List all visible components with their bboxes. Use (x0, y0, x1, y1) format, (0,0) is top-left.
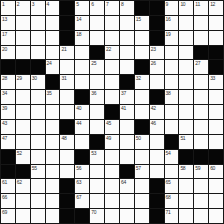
cell-r2c8[interactable] (105, 16, 119, 30)
cell-r7c4[interactable]: 35 (46, 90, 60, 104)
clue-number-66: 66 (2, 194, 7, 200)
clue-number-32: 32 (136, 75, 141, 81)
cell-r1c1[interactable]: 1 (1, 1, 15, 15)
clue-number-36: 36 (91, 90, 96, 96)
cell-r11c4[interactable] (46, 150, 60, 164)
cell-r13c15[interactable] (209, 179, 223, 193)
clue-number-4: 4 (47, 1, 49, 7)
cell-r9c12[interactable] (165, 120, 179, 134)
cell-r13c3[interactable] (31, 179, 45, 193)
cell-r11c2[interactable]: 52 (16, 150, 30, 164)
clue-number-15: 15 (136, 16, 141, 22)
cell-r2c13[interactable] (179, 16, 193, 30)
cell-r5c8[interactable] (105, 60, 119, 74)
cell-r9c1[interactable]: 43 (1, 120, 15, 134)
cell-r13c9[interactable]: 64 (120, 179, 134, 193)
cell-r12c10[interactable]: 57 (135, 165, 149, 179)
clue-number-43: 43 (2, 120, 7, 126)
cell-r4c1[interactable]: 20 (1, 46, 15, 60)
cell-r6c5[interactable]: 31 (60, 75, 74, 89)
black-cell-r13c5 (60, 179, 74, 193)
cell-r2c15[interactable] (209, 16, 223, 30)
clue-number-48: 48 (61, 135, 66, 141)
cell-r3c2[interactable] (16, 31, 30, 45)
cell-r3c6[interactable]: 18 (75, 31, 89, 45)
cell-r6c1[interactable]: 28 (1, 75, 15, 89)
clue-number-45: 45 (106, 120, 111, 126)
cell-r7c12[interactable]: 38 (165, 90, 179, 104)
clue-number-18: 18 (76, 31, 81, 37)
cell-r5c11[interactable]: 26 (150, 60, 164, 74)
cell-r2c9[interactable] (120, 16, 134, 30)
cell-r7c9[interactable]: 37 (120, 90, 134, 104)
cell-r6c8[interactable] (105, 75, 119, 89)
clue-number-20: 20 (2, 46, 7, 52)
cell-r15c7[interactable]: 70 (90, 209, 104, 223)
cell-r4c11[interactable]: 23 (150, 46, 164, 60)
cell-r12c7[interactable] (90, 165, 104, 179)
clue-number-53: 53 (91, 150, 96, 156)
cell-r7c3[interactable] (31, 90, 45, 104)
clue-number-38: 38 (166, 90, 171, 96)
black-cell-r13c11 (150, 179, 164, 193)
clue-number-23: 23 (151, 46, 156, 52)
cell-r12c14[interactable]: 59 (194, 165, 208, 179)
cell-r1c4[interactable]: 4 (46, 1, 60, 15)
cell-r14c1[interactable]: 66 (1, 194, 15, 208)
cell-r4c13[interactable] (179, 46, 193, 60)
cell-r13c12[interactable]: 65 (165, 179, 179, 193)
crossword-board: 1234567891011121314151617181920212223242… (0, 0, 224, 224)
black-cell-r4c15 (209, 46, 223, 60)
black-cell-r1c10 (135, 1, 149, 15)
black-cell-r5c10 (135, 60, 149, 74)
cell-r10c5[interactable]: 48 (60, 135, 74, 149)
clue-number-33: 33 (210, 75, 215, 81)
black-cell-r9c10 (135, 120, 149, 134)
cell-r11c8[interactable] (105, 150, 119, 164)
clue-number-44: 44 (76, 120, 81, 126)
cell-r3c8[interactable] (105, 31, 119, 45)
clue-number-71: 71 (166, 209, 171, 215)
cell-r2c10[interactable]: 15 (135, 16, 149, 30)
black-cell-r6c4 (46, 75, 60, 89)
clue-number-8: 8 (121, 1, 123, 7)
cell-r1c8[interactable]: 7 (105, 1, 119, 15)
black-cell-r5c15 (209, 60, 223, 74)
black-cell-r6c9 (120, 75, 134, 89)
cell-r14c13[interactable] (179, 194, 193, 208)
cell-r6c7[interactable] (90, 75, 104, 89)
cell-r3c15[interactable] (209, 31, 223, 45)
clue-number-57: 57 (136, 165, 141, 171)
cell-r13c14[interactable] (194, 179, 208, 193)
cell-r7c10[interactable] (135, 90, 149, 104)
cell-r11c12[interactable]: 54 (165, 150, 179, 164)
clue-number-59: 59 (195, 165, 200, 171)
cell-r11c7[interactable]: 53 (90, 150, 104, 164)
cell-r3c9[interactable] (120, 31, 134, 45)
cell-r10c3[interactable] (31, 135, 45, 149)
cell-r6c10[interactable]: 32 (135, 75, 149, 89)
clue-number-54: 54 (166, 150, 171, 156)
cell-r8c11[interactable]: 42 (150, 105, 164, 119)
black-cell-r12c9 (120, 165, 134, 179)
clue-number-13: 13 (2, 16, 7, 22)
cell-r1c2[interactable]: 2 (16, 1, 30, 15)
cell-r10c2[interactable] (16, 135, 30, 149)
black-cell-r4c14 (194, 46, 208, 60)
cell-r2c3[interactable] (31, 16, 45, 30)
cell-r15c13[interactable] (179, 209, 193, 223)
clue-number-51: 51 (180, 135, 185, 141)
black-cell-r2c5 (60, 16, 74, 30)
cell-r10c1[interactable]: 47 (1, 135, 15, 149)
black-cell-r1c5 (60, 1, 74, 15)
cell-r4c12[interactable] (165, 46, 179, 60)
cell-r7c5[interactable] (60, 90, 74, 104)
cell-r14c2[interactable] (16, 194, 30, 208)
cell-r10c13[interactable]: 51 (179, 135, 193, 149)
cell-r8c1[interactable]: 39 (1, 105, 15, 119)
clue-number-1: 1 (2, 1, 4, 7)
cell-r9c13[interactable] (179, 120, 193, 134)
clue-number-50: 50 (136, 135, 141, 141)
cell-r8c12[interactable] (165, 105, 179, 119)
clue-number-35: 35 (47, 90, 52, 96)
black-cell-r2c11 (150, 16, 164, 30)
clue-number-3: 3 (32, 1, 34, 7)
cell-r6c12[interactable] (165, 75, 179, 89)
cell-r2c1[interactable]: 13 (1, 16, 15, 30)
cell-r11c10[interactable] (135, 150, 149, 164)
clue-number-22: 22 (106, 46, 111, 52)
cell-r3c1[interactable]: 17 (1, 31, 15, 45)
clue-number-24: 24 (47, 60, 52, 66)
cell-r2c2[interactable] (16, 16, 30, 30)
cell-r14c12[interactable]: 68 (165, 194, 179, 208)
cell-r1c14[interactable]: 11 (194, 1, 208, 15)
cell-r15c8[interactable] (105, 209, 119, 223)
cell-r5c9[interactable] (120, 60, 134, 74)
cell-r9c8[interactable]: 45 (105, 120, 119, 134)
clue-number-39: 39 (2, 105, 7, 111)
cell-r9c15[interactable] (209, 120, 223, 134)
clue-number-34: 34 (2, 90, 7, 96)
cell-r3c3[interactable] (31, 31, 45, 45)
black-cell-r5c2 (16, 60, 30, 74)
clue-number-14: 14 (76, 16, 81, 22)
cell-r13c8[interactable] (105, 179, 119, 193)
clue-number-56: 56 (76, 165, 81, 171)
cell-r13c10[interactable] (135, 179, 149, 193)
cell-r5c7[interactable]: 25 (90, 60, 104, 74)
cell-r9c7[interactable] (90, 120, 104, 134)
cell-r14c14[interactable] (194, 194, 208, 208)
black-cell-r3c5 (60, 31, 74, 45)
clue-number-58: 58 (180, 165, 185, 171)
cell-r14c15[interactable] (209, 194, 223, 208)
cell-r8c14[interactable] (194, 105, 208, 119)
cell-r10c4[interactable] (46, 135, 60, 149)
cell-r10c15[interactable] (209, 135, 223, 149)
clue-number-25: 25 (91, 60, 96, 66)
clue-number-19: 19 (166, 31, 171, 37)
cell-r7c15[interactable] (209, 90, 223, 104)
cell-r10c11[interactable] (150, 135, 164, 149)
cell-r7c2[interactable] (16, 90, 30, 104)
clue-number-65: 65 (166, 179, 171, 185)
cell-r4c8[interactable]: 22 (105, 46, 119, 60)
cell-r15c1[interactable]: 69 (1, 209, 15, 223)
clue-number-63: 63 (76, 179, 81, 185)
clue-number-67: 67 (76, 194, 81, 200)
clue-number-28: 28 (2, 75, 7, 81)
clue-number-62: 62 (17, 179, 22, 185)
cell-r12c13[interactable]: 58 (179, 165, 193, 179)
cell-r8c3[interactable] (31, 105, 45, 119)
cell-r8c4[interactable] (46, 105, 60, 119)
black-cell-r8c8 (105, 105, 119, 119)
cell-r7c13[interactable] (179, 90, 193, 104)
cell-r12c3[interactable]: 55 (31, 165, 45, 179)
clue-number-49: 49 (106, 135, 111, 141)
cell-r15c9[interactable] (120, 209, 134, 223)
black-cell-r5c3 (31, 60, 45, 74)
cell-r13c2[interactable]: 62 (16, 179, 30, 193)
cell-r10c10[interactable]: 50 (135, 135, 149, 149)
cell-r6c14[interactable] (194, 75, 208, 89)
cell-r11c5[interactable] (60, 150, 74, 164)
cell-r13c7[interactable] (90, 179, 104, 193)
cell-r7c7[interactable]: 36 (90, 90, 104, 104)
cell-r15c2[interactable] (16, 209, 30, 223)
clue-number-2: 2 (17, 1, 19, 7)
cell-r2c7[interactable] (90, 16, 104, 30)
cell-r4c6[interactable] (75, 46, 89, 60)
cell-r11c9[interactable] (120, 150, 134, 164)
clue-number-47: 47 (2, 135, 7, 141)
black-cell-r4c7 (90, 46, 104, 60)
cell-r4c4[interactable] (46, 46, 60, 60)
clue-number-7: 7 (106, 1, 108, 7)
cell-r3c10[interactable] (135, 31, 149, 45)
cell-r7c1[interactable]: 34 (1, 90, 15, 104)
cell-r9c6[interactable]: 44 (75, 120, 89, 134)
cell-r8c2[interactable] (16, 105, 30, 119)
clue-number-10: 10 (180, 1, 185, 7)
cell-r8c13[interactable] (179, 105, 193, 119)
cell-r14c6[interactable]: 67 (75, 194, 89, 208)
cell-r15c3[interactable] (31, 209, 45, 223)
black-cell-r11c13 (179, 150, 193, 164)
cell-r8c6[interactable]: 40 (75, 105, 89, 119)
black-cell-r15c6 (75, 209, 89, 223)
clue-number-30: 30 (32, 75, 37, 81)
cell-r1c13[interactable]: 10 (179, 1, 193, 15)
cell-r4c10[interactable] (135, 46, 149, 60)
cell-r2c6[interactable]: 14 (75, 16, 89, 30)
clue-number-11: 11 (195, 1, 200, 7)
cell-r4c3[interactable] (31, 46, 45, 60)
clue-number-61: 61 (2, 179, 7, 185)
cell-r1c15[interactable]: 12 (209, 1, 223, 15)
black-cell-r15c11 (150, 209, 164, 223)
cell-r1c12[interactable]: 9 (165, 1, 179, 15)
clue-number-55: 55 (32, 165, 37, 171)
cell-r1c6[interactable]: 5 (75, 1, 89, 15)
cell-r4c2[interactable] (16, 46, 30, 60)
cell-r8c7[interactable] (90, 105, 104, 119)
cell-r9c3[interactable] (31, 120, 45, 134)
clue-number-26: 26 (151, 60, 156, 66)
black-cell-r12c2 (16, 165, 30, 179)
cell-r3c14[interactable] (194, 31, 208, 45)
clue-number-21: 21 (61, 46, 66, 52)
black-cell-r1c11 (150, 1, 164, 15)
cell-r14c4[interactable] (46, 194, 60, 208)
cell-r14c10[interactable] (135, 194, 149, 208)
cell-r10c6[interactable] (75, 135, 89, 149)
cell-r12c4[interactable] (46, 165, 60, 179)
black-cell-r7c11 (150, 90, 164, 104)
clue-number-40: 40 (76, 105, 81, 111)
clue-number-70: 70 (91, 209, 96, 215)
clue-number-5: 5 (76, 1, 78, 7)
clue-number-16: 16 (166, 16, 171, 22)
cell-r15c14[interactable] (194, 209, 208, 223)
black-cell-r10c12 (165, 135, 179, 149)
cell-r12c5[interactable] (60, 165, 74, 179)
cell-r15c12[interactable]: 71 (165, 209, 179, 223)
cell-r4c5[interactable]: 21 (60, 46, 74, 60)
cell-r14c9[interactable] (120, 194, 134, 208)
black-cell-r7c6 (75, 90, 89, 104)
clue-number-64: 64 (121, 179, 126, 185)
clue-number-12: 12 (210, 1, 215, 7)
cell-r10c9[interactable] (120, 135, 134, 149)
black-cell-r11c1 (1, 150, 15, 164)
cell-r14c8[interactable] (105, 194, 119, 208)
cell-r5c4[interactable]: 24 (46, 60, 60, 74)
black-cell-r10c7 (90, 135, 104, 149)
cell-r15c4[interactable] (46, 209, 60, 223)
cell-r3c13[interactable] (179, 31, 193, 45)
cell-r5c6[interactable] (75, 60, 89, 74)
clue-number-68: 68 (166, 194, 171, 200)
cell-r9c11[interactable]: 46 (150, 120, 164, 134)
clue-number-52: 52 (17, 150, 22, 156)
cell-r3c12[interactable]: 19 (165, 31, 179, 45)
cell-r12c11[interactable] (150, 165, 164, 179)
cell-r9c14[interactable] (194, 120, 208, 134)
clue-number-17: 17 (2, 31, 7, 37)
black-cell-r14c5 (60, 194, 74, 208)
cell-r9c2[interactable] (16, 120, 30, 134)
cell-r8c5[interactable] (60, 105, 74, 119)
cell-r6c6[interactable] (75, 75, 89, 89)
cell-r10c14[interactable] (194, 135, 208, 149)
cell-r6c13[interactable] (179, 75, 193, 89)
cell-r11c11[interactable] (150, 150, 164, 164)
cell-r10c8[interactable]: 49 (105, 135, 119, 149)
cell-r2c12[interactable]: 16 (165, 16, 179, 30)
black-cell-r11c14 (194, 150, 208, 164)
cell-r11c3[interactable] (31, 150, 45, 164)
cell-r7c14[interactable] (194, 90, 208, 104)
cell-r7c8[interactable] (105, 90, 119, 104)
clue-number-27: 27 (195, 60, 200, 66)
cell-r12c15[interactable]: 60 (209, 165, 223, 179)
clue-number-42: 42 (151, 105, 156, 111)
cell-r13c4[interactable] (46, 179, 60, 193)
cell-r12c8[interactable] (105, 165, 119, 179)
clue-number-41: 41 (121, 105, 126, 111)
black-cell-r3c11 (150, 31, 164, 45)
clue-number-60: 60 (210, 165, 215, 171)
cell-r2c4[interactable] (46, 16, 60, 30)
cell-r9c4[interactable] (46, 120, 60, 134)
clue-number-6: 6 (91, 1, 93, 7)
cell-r5c5[interactable] (60, 60, 74, 74)
cell-r12c6[interactable]: 56 (75, 165, 89, 179)
cell-r13c13[interactable] (179, 179, 193, 193)
black-cell-r9c5 (60, 120, 74, 134)
black-cell-r11c6 (75, 150, 89, 164)
cell-r5c12[interactable] (165, 60, 179, 74)
clue-number-31: 31 (61, 75, 66, 81)
cell-r14c3[interactable] (31, 194, 45, 208)
cell-r13c6[interactable]: 63 (75, 179, 89, 193)
cell-r6c3[interactable]: 30 (31, 75, 45, 89)
cell-r8c15[interactable] (209, 105, 223, 119)
black-cell-r11c15 (209, 150, 223, 164)
cell-r3c4[interactable] (46, 31, 60, 45)
cell-r15c10[interactable] (135, 209, 149, 223)
cell-r1c3[interactable]: 3 (31, 1, 45, 15)
cell-r14c7[interactable] (90, 194, 104, 208)
black-cell-r12c1 (1, 165, 15, 179)
cell-r4c9[interactable] (120, 46, 134, 60)
cell-r6c11[interactable] (150, 75, 164, 89)
clue-number-46: 46 (151, 120, 156, 126)
black-cell-r15c5 (60, 209, 74, 223)
cell-r8c10[interactable] (135, 105, 149, 119)
cell-r5c14[interactable]: 27 (194, 60, 208, 74)
cell-r13c1[interactable]: 61 (1, 179, 15, 193)
cell-r15c15[interactable] (209, 209, 223, 223)
cell-r3c7[interactable] (90, 31, 104, 45)
cell-r2c14[interactable] (194, 16, 208, 30)
cell-r9c9[interactable] (120, 120, 134, 134)
clue-number-69: 69 (2, 209, 7, 215)
clue-number-29: 29 (17, 75, 22, 81)
cell-r5c13[interactable] (179, 60, 193, 74)
cell-r8c9[interactable]: 41 (120, 105, 134, 119)
cell-r6c15[interactable]: 33 (209, 75, 223, 89)
clue-number-9: 9 (166, 1, 168, 7)
cell-r12c12[interactable] (165, 165, 179, 179)
cell-r1c7[interactable]: 6 (90, 1, 104, 15)
black-cell-r5c1 (1, 60, 15, 74)
clue-number-37: 37 (121, 90, 126, 96)
cell-r6c2[interactable]: 29 (16, 75, 30, 89)
cell-r1c9[interactable]: 8 (120, 1, 134, 15)
black-cell-r14c11 (150, 194, 164, 208)
